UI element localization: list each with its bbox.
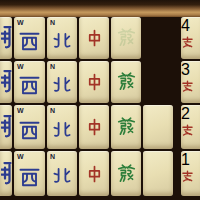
tile-west-wind[interactable]: W	[14, 61, 45, 103]
north-char-icon	[47, 105, 77, 149]
tile-blank[interactable]	[143, 151, 173, 196]
tile-west-wind[interactable]: W	[14, 17, 45, 59]
tray-wood	[143, 61, 173, 103]
tile-west-wind[interactable]: W	[14, 151, 45, 196]
faded-char-icon	[111, 17, 141, 59]
south-char-icon	[0, 151, 12, 196]
west-char-icon	[14, 105, 45, 149]
west-char-icon	[14, 61, 45, 103]
tile-blank[interactable]	[143, 105, 173, 149]
tile-north-wind[interactable]: N	[47, 105, 77, 149]
red-dragon-char-icon	[79, 105, 109, 149]
flower-number: 1	[181, 151, 190, 168]
flower-number: 3	[181, 61, 190, 78]
red-dragon-char-icon	[79, 17, 109, 59]
north-char-icon	[47, 17, 77, 59]
tray-divider	[175, 105, 179, 149]
tile-flower-1-spring[interactable]: 1	[181, 151, 200, 196]
tile-flower-2-summer[interactable]: 2	[181, 105, 200, 149]
tile-green-dragon[interactable]	[111, 105, 141, 149]
tray-divider	[175, 61, 179, 103]
tile-north-wind[interactable]: N	[47, 61, 77, 103]
tile-green-dragon[interactable]	[111, 61, 141, 103]
tile-red-dragon[interactable]	[79, 105, 109, 149]
tile-red-dragon[interactable]	[79, 151, 109, 196]
tile-tray-grid: W N 4	[0, 17, 200, 196]
north-char-icon	[47, 61, 77, 103]
tray-divider	[175, 17, 179, 59]
tray-divider	[175, 151, 179, 196]
tile-south-wind-partial[interactable]	[0, 105, 12, 149]
tile-blank-faded[interactable]	[111, 17, 141, 59]
tile-south-wind-partial[interactable]	[0, 151, 12, 196]
west-char-icon	[14, 151, 45, 196]
south-char-icon	[0, 61, 12, 103]
green-dragon-char-icon	[111, 105, 141, 149]
tile-flower-4-winter[interactable]: 4	[181, 17, 200, 59]
box-top-rail	[0, 0, 200, 17]
south-char-icon	[0, 105, 12, 149]
flower-char-icon	[181, 169, 194, 186]
north-char-icon	[47, 151, 77, 196]
green-dragon-char-icon	[111, 61, 141, 103]
flower-number: 4	[181, 17, 190, 34]
tile-south-wind-partial[interactable]	[0, 17, 12, 59]
tile-red-dragon[interactable]	[79, 17, 109, 59]
tile-north-wind[interactable]: N	[47, 17, 77, 59]
mahjong-box-scene: W N 4	[0, 0, 200, 200]
south-char-icon	[0, 17, 12, 59]
flower-number: 2	[181, 105, 190, 122]
tile-west-wind[interactable]: W	[14, 105, 45, 149]
green-dragon-char-icon	[111, 151, 141, 196]
west-char-icon	[14, 17, 45, 59]
flower-char-icon	[181, 123, 194, 140]
red-dragon-char-icon	[79, 61, 109, 103]
tile-red-dragon[interactable]	[79, 61, 109, 103]
tile-north-wind[interactable]: N	[47, 151, 77, 196]
tile-flower-3-autumn[interactable]: 3	[181, 61, 200, 103]
tile-green-dragon[interactable]	[111, 151, 141, 196]
tile-south-wind-partial[interactable]	[0, 61, 12, 103]
flower-char-icon	[181, 35, 194, 52]
red-dragon-char-icon	[79, 151, 109, 196]
flower-char-icon	[181, 79, 194, 96]
tray-wood	[143, 17, 173, 59]
